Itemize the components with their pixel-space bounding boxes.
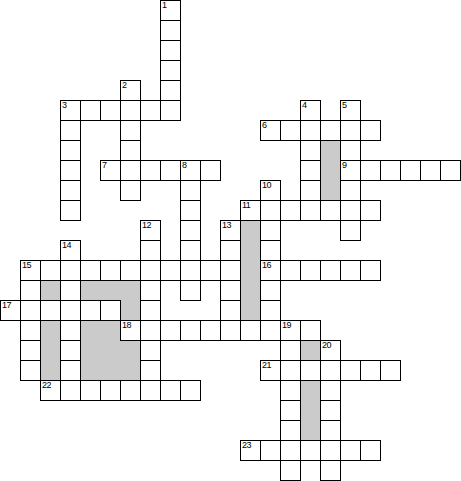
answer-cell[interactable] <box>60 200 81 221</box>
blocked-cell <box>240 240 261 261</box>
blocked-cell <box>100 320 121 341</box>
answer-cell[interactable]: 4 <box>300 100 321 121</box>
answer-cell[interactable] <box>340 180 361 201</box>
answer-cell[interactable] <box>60 120 81 141</box>
answer-cell[interactable] <box>400 160 421 181</box>
answer-cell[interactable] <box>140 260 161 281</box>
answer-cell[interactable] <box>300 140 321 161</box>
answer-cell[interactable] <box>360 440 381 461</box>
answer-cell[interactable] <box>360 120 381 141</box>
blocked-cell <box>120 360 141 381</box>
answer-cell[interactable] <box>180 220 201 241</box>
blocked-cell <box>80 280 101 301</box>
answer-cell[interactable] <box>100 260 121 281</box>
answer-cell[interactable] <box>160 160 181 181</box>
answer-cell[interactable] <box>300 200 321 221</box>
blocked-cell <box>40 360 61 381</box>
answer-cell[interactable]: 2 <box>120 80 141 101</box>
answer-cell[interactable] <box>340 200 361 221</box>
answer-cell[interactable] <box>260 220 281 241</box>
answer-cell[interactable] <box>320 120 341 141</box>
answer-cell[interactable] <box>160 20 181 41</box>
answer-cell[interactable] <box>240 320 261 341</box>
clue-number: 2 <box>122 81 127 90</box>
blocked-cell <box>100 340 121 361</box>
answer-cell[interactable] <box>280 460 301 481</box>
clue-number: 20 <box>322 341 331 350</box>
answer-cell[interactable]: 6 <box>260 120 281 141</box>
answer-cell[interactable] <box>260 240 281 261</box>
answer-cell[interactable] <box>340 440 361 461</box>
clue-number: 14 <box>62 241 71 250</box>
blocked-cell <box>40 320 61 341</box>
crossword-board: 1234567891011121314151617181920212223 <box>0 0 461 481</box>
blocked-cell <box>80 360 101 381</box>
answer-cell[interactable] <box>60 360 81 381</box>
answer-cell[interactable] <box>380 360 401 381</box>
clue-number: 8 <box>182 161 187 170</box>
answer-cell[interactable] <box>300 360 321 381</box>
answer-cell[interactable] <box>320 420 341 441</box>
answer-cell[interactable] <box>180 240 201 261</box>
answer-cell[interactable] <box>280 120 301 141</box>
answer-cell[interactable] <box>320 400 341 421</box>
clue-number: 18 <box>122 321 131 330</box>
answer-cell[interactable] <box>140 240 161 261</box>
answer-cell[interactable] <box>260 440 281 461</box>
answer-cell[interactable] <box>280 260 301 281</box>
answer-cell[interactable] <box>300 440 321 461</box>
clue-number: 1 <box>162 1 167 10</box>
blocked-cell <box>300 340 321 361</box>
answer-cell[interactable]: 16 <box>260 260 281 281</box>
blocked-cell <box>80 340 101 361</box>
answer-cell[interactable] <box>140 380 161 401</box>
answer-cell[interactable] <box>220 280 241 301</box>
answer-cell[interactable] <box>160 260 181 281</box>
answer-cell[interactable] <box>320 460 341 481</box>
answer-cell[interactable] <box>20 360 41 381</box>
answer-cell[interactable] <box>100 300 121 321</box>
answer-cell[interactable] <box>280 380 301 401</box>
clue-number: 17 <box>2 301 11 310</box>
answer-cell[interactable] <box>300 320 321 341</box>
answer-cell[interactable] <box>160 60 181 81</box>
answer-cell[interactable] <box>140 160 161 181</box>
answer-cell[interactable] <box>100 380 121 401</box>
clue-number: 7 <box>102 161 107 170</box>
answer-cell[interactable] <box>280 440 301 461</box>
answer-cell[interactable] <box>340 360 361 381</box>
blocked-cell <box>80 320 101 341</box>
answer-cell[interactable]: 18 <box>120 320 141 341</box>
answer-cell[interactable] <box>180 380 201 401</box>
answer-cell[interactable] <box>420 160 441 181</box>
answer-cell[interactable]: 11 <box>240 200 261 221</box>
answer-cell[interactable] <box>220 300 241 321</box>
answer-cell[interactable] <box>20 320 41 341</box>
answer-cell[interactable] <box>120 180 141 201</box>
answer-cell[interactable] <box>140 100 161 121</box>
answer-cell[interactable] <box>180 260 201 281</box>
clue-number: 5 <box>342 101 347 110</box>
clue-number: 10 <box>262 181 271 190</box>
blocked-cell <box>300 380 321 401</box>
answer-cell[interactable] <box>360 360 381 381</box>
answer-cell[interactable] <box>180 280 201 301</box>
answer-cell[interactable] <box>140 340 161 361</box>
answer-cell[interactable] <box>380 160 401 181</box>
answer-cell[interactable] <box>60 320 81 341</box>
clue-number: 9 <box>342 161 347 170</box>
answer-cell[interactable] <box>260 200 281 221</box>
answer-cell[interactable] <box>220 260 241 281</box>
answer-cell[interactable] <box>60 300 81 321</box>
answer-cell[interactable] <box>340 120 361 141</box>
answer-cell[interactable] <box>60 180 81 201</box>
answer-cell[interactable] <box>260 280 281 301</box>
answer-cell[interactable] <box>120 120 141 141</box>
answer-cell[interactable] <box>440 160 461 181</box>
blocked-cell <box>40 280 61 301</box>
answer-cell[interactable] <box>120 260 141 281</box>
answer-cell[interactable] <box>60 160 81 181</box>
answer-cell[interactable] <box>300 160 321 181</box>
answer-cell[interactable] <box>360 200 381 221</box>
answer-cell[interactable] <box>320 440 341 461</box>
answer-cell[interactable] <box>140 360 161 381</box>
clue-number: 22 <box>42 381 51 390</box>
answer-cell[interactable] <box>160 40 181 61</box>
answer-cell[interactable] <box>220 320 241 341</box>
clue-number: 21 <box>262 361 271 370</box>
blocked-cell <box>120 300 141 321</box>
answer-cell[interactable] <box>60 280 81 301</box>
answer-cell[interactable] <box>160 100 181 121</box>
answer-cell[interactable] <box>20 300 41 321</box>
answer-cell[interactable] <box>320 360 341 381</box>
blocked-cell <box>300 400 321 421</box>
answer-cell[interactable]: 9 <box>340 160 361 181</box>
answer-cell[interactable] <box>100 100 121 121</box>
answer-cell[interactable] <box>180 200 201 221</box>
answer-cell[interactable]: 8 <box>180 160 201 181</box>
answer-cell[interactable] <box>40 300 61 321</box>
answer-cell[interactable]: 17 <box>0 300 21 321</box>
answer-cell[interactable] <box>340 140 361 161</box>
answer-cell[interactable] <box>120 140 141 161</box>
answer-cell[interactable] <box>80 300 101 321</box>
answer-cell[interactable] <box>180 180 201 201</box>
answer-cell[interactable] <box>280 420 301 441</box>
blocked-cell <box>320 140 341 161</box>
answer-cell[interactable] <box>280 360 301 381</box>
answer-cell[interactable]: 13 <box>220 220 241 241</box>
answer-cell[interactable] <box>300 120 321 141</box>
clue-number: 15 <box>22 261 31 270</box>
answer-cell[interactable] <box>280 400 301 421</box>
answer-cell[interactable] <box>40 260 61 281</box>
clue-number: 3 <box>62 101 67 110</box>
blocked-cell <box>120 280 141 301</box>
answer-cell[interactable]: 14 <box>60 240 81 261</box>
answer-cell[interactable] <box>20 340 41 361</box>
answer-cell[interactable] <box>20 280 41 301</box>
answer-cell[interactable] <box>260 300 281 321</box>
answer-cell[interactable]: 3 <box>60 100 81 121</box>
clue-number: 13 <box>222 221 231 230</box>
blocked-cell <box>300 420 321 441</box>
answer-cell[interactable] <box>280 200 301 221</box>
answer-cell[interactable] <box>120 100 141 121</box>
answer-cell[interactable]: 12 <box>140 220 161 241</box>
answer-cell[interactable] <box>60 340 81 361</box>
answer-cell[interactable] <box>280 340 301 361</box>
answer-cell[interactable] <box>300 180 321 201</box>
answer-cell[interactable]: 10 <box>260 180 281 201</box>
blocked-cell <box>100 360 121 381</box>
blocked-cell <box>320 180 341 201</box>
blocked-cell <box>240 220 261 241</box>
answer-cell[interactable]: 23 <box>240 440 261 461</box>
answer-cell[interactable] <box>320 200 341 221</box>
blocked-cell <box>240 280 261 301</box>
answer-cell[interactable] <box>200 160 221 181</box>
answer-cell[interactable] <box>120 160 141 181</box>
blocked-cell <box>240 260 261 281</box>
blocked-cell <box>100 280 121 301</box>
clue-number: 4 <box>302 101 307 110</box>
answer-cell[interactable] <box>200 320 221 341</box>
blocked-cell <box>240 300 261 321</box>
answer-cell[interactable] <box>140 320 161 341</box>
answer-cell[interactable] <box>220 240 241 261</box>
answer-cell[interactable] <box>160 80 181 101</box>
answer-cell[interactable] <box>360 160 381 181</box>
answer-cell[interactable]: 5 <box>340 100 361 121</box>
answer-cell[interactable] <box>340 260 361 281</box>
answer-cell[interactable] <box>320 260 341 281</box>
answer-cell[interactable]: 1 <box>160 0 181 21</box>
blocked-cell <box>40 340 61 361</box>
clue-number: 16 <box>262 261 271 270</box>
answer-cell[interactable] <box>160 380 181 401</box>
answer-cell[interactable] <box>60 380 81 401</box>
answer-cell[interactable] <box>200 260 221 281</box>
answer-cell[interactable] <box>160 320 181 341</box>
answer-cell[interactable] <box>60 140 81 161</box>
answer-cell[interactable] <box>360 260 381 281</box>
clue-number: 6 <box>262 121 267 130</box>
answer-cell[interactable]: 7 <box>100 160 121 181</box>
clue-number: 19 <box>282 321 291 330</box>
answer-cell[interactable] <box>80 100 101 121</box>
answer-cell[interactable] <box>140 300 161 321</box>
clue-number: 23 <box>242 441 251 450</box>
clue-number: 11 <box>242 201 250 210</box>
answer-cell[interactable] <box>80 260 101 281</box>
clue-number: 12 <box>142 221 151 230</box>
answer-cell[interactable] <box>260 320 281 341</box>
blocked-cell <box>120 340 141 361</box>
answer-cell[interactable] <box>120 380 141 401</box>
answer-cell[interactable] <box>340 220 361 241</box>
answer-cell[interactable]: 21 <box>260 360 281 381</box>
answer-cell[interactable]: 22 <box>40 380 61 401</box>
answer-cell[interactable] <box>80 380 101 401</box>
answer-cell[interactable]: 19 <box>280 320 301 341</box>
answer-cell[interactable]: 20 <box>320 340 341 361</box>
blocked-cell <box>320 160 341 181</box>
answer-cell[interactable]: 15 <box>20 260 41 281</box>
answer-cell[interactable] <box>300 260 321 281</box>
answer-cell[interactable] <box>140 280 161 301</box>
answer-cell[interactable] <box>320 380 341 401</box>
answer-cell[interactable] <box>180 320 201 341</box>
answer-cell[interactable] <box>60 260 81 281</box>
